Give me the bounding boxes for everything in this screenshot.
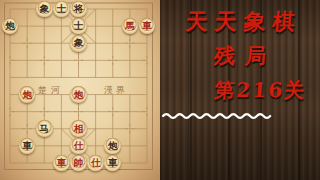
piece-red-elephant[interactable]: 相 [70, 120, 87, 137]
piece-red-chariot[interactable]: 車 [139, 18, 156, 35]
piece-black-cannon[interactable]: 炮 [104, 138, 121, 155]
piece-red-cannon[interactable]: 炮 [19, 86, 36, 103]
piece-black-general[interactable]: 将 [70, 1, 87, 18]
piece-black-cannon[interactable]: 炮 [2, 18, 19, 35]
piece-black-advisor[interactable]: 士 [53, 1, 70, 18]
piece-red-advisor[interactable]: 仕 [87, 155, 104, 172]
piece-black-elephant[interactable]: 象 [70, 35, 87, 52]
piece-black-horse[interactable]: 马 [36, 120, 53, 137]
piece-red-horse[interactable]: 馬 [122, 18, 139, 35]
screenshot-root: 楚河 漢界 象士将炮士馬車象炮炮马相車仕炮車帥仕車 天天象棋 残局 第216关 [0, 0, 320, 180]
piece-red-general[interactable]: 帥 [70, 155, 87, 172]
title-panel: 天天象棋 残局 第216关 [160, 0, 320, 180]
pieces-grid: 象士将炮士馬車象炮炮马相車仕炮車帥仕車 [1, 0, 155, 171]
xiangqi-board: 楚河 漢界 象士将炮士馬車象炮炮马相車仕炮車帥仕車 [0, 0, 160, 180]
piece-black-elephant[interactable]: 象 [36, 1, 53, 18]
piece-red-advisor[interactable]: 仕 [70, 138, 87, 155]
piece-red-cannon[interactable]: 炮 [70, 86, 87, 103]
piece-red-chariot[interactable]: 車 [53, 155, 70, 172]
piece-black-advisor[interactable]: 士 [70, 18, 87, 35]
wave-path [163, 114, 270, 118]
app-title: 天天象棋 [159, 7, 320, 37]
wavy-underline [160, 109, 280, 123]
level-label: 第216关 [159, 77, 320, 104]
puzzle-type-label: 残局 [159, 42, 320, 70]
piece-black-chariot[interactable]: 車 [104, 155, 121, 172]
piece-black-chariot[interactable]: 車 [19, 138, 36, 155]
